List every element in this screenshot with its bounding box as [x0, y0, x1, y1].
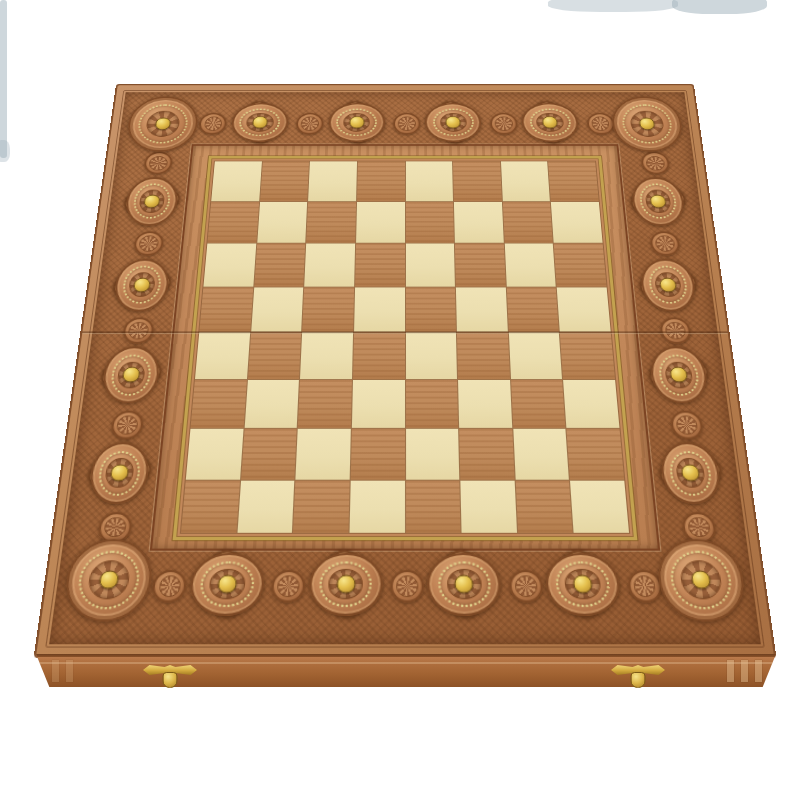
brass-stud	[573, 575, 593, 594]
square-h5[interactable]	[557, 287, 611, 331]
latch-right[interactable]	[611, 663, 665, 689]
carved-rosette	[670, 411, 705, 440]
carved-rosette	[143, 152, 173, 175]
latch-knob	[631, 672, 646, 688]
square-g6[interactable]	[505, 244, 556, 287]
carved-rosette	[199, 113, 228, 135]
square-d4[interactable]	[353, 332, 405, 378]
square-e4[interactable]	[405, 332, 457, 378]
square-a1[interactable]	[181, 480, 240, 533]
square-f3[interactable]	[458, 380, 512, 428]
square-b7[interactable]	[257, 202, 307, 243]
square-c4[interactable]	[300, 332, 353, 378]
square-h2[interactable]	[567, 429, 624, 479]
square-b6[interactable]	[254, 244, 305, 287]
finger-joint	[755, 660, 762, 682]
carved-rosette	[271, 570, 306, 603]
recessed-playing-panel	[150, 144, 661, 550]
page-background: { "game": "chess", "scene_description": …	[0, 0, 800, 800]
square-a2[interactable]	[186, 429, 243, 479]
finger-joint	[52, 660, 59, 682]
square-d3[interactable]	[352, 380, 405, 428]
square-e8[interactable]	[405, 161, 453, 200]
square-b3[interactable]	[244, 380, 299, 428]
square-b2[interactable]	[241, 429, 297, 479]
background-artifact	[0, 0, 7, 158]
square-f4[interactable]	[457, 332, 510, 378]
photo-scene	[0, 0, 800, 800]
border-medallion-right	[630, 177, 687, 225]
border-medallion-left	[87, 442, 152, 504]
border-medallion-top	[521, 103, 580, 142]
square-f7[interactable]	[454, 202, 504, 243]
square-c2[interactable]	[296, 429, 351, 479]
square-a8[interactable]	[211, 161, 261, 200]
carved-rosette	[649, 232, 681, 256]
border-medallion-top	[328, 103, 385, 142]
corner-medallion-top-right	[610, 97, 685, 152]
brass-stud	[455, 575, 474, 594]
border-medallion-bottom	[188, 553, 266, 616]
chess-box-top-face	[33, 84, 776, 658]
corner-medallion-top-left	[125, 97, 200, 152]
background-artifact	[548, 0, 678, 12]
square-h1[interactable]	[570, 480, 629, 533]
square-g8[interactable]	[501, 161, 550, 200]
square-c6[interactable]	[304, 244, 355, 287]
square-d7[interactable]	[356, 202, 405, 243]
border-medallion-bottom	[544, 553, 622, 616]
square-a3[interactable]	[191, 380, 247, 428]
border-medallion-right	[639, 259, 698, 311]
square-g7[interactable]	[503, 202, 553, 243]
square-d5[interactable]	[354, 287, 405, 331]
square-a5[interactable]	[199, 287, 253, 331]
square-b5[interactable]	[251, 287, 304, 331]
background-artifact	[0, 140, 10, 162]
carved-rosette	[393, 113, 420, 135]
brass-stud	[649, 194, 667, 207]
chessboard-grid	[181, 161, 629, 532]
square-a7[interactable]	[207, 202, 258, 243]
border-medallion-left	[123, 177, 180, 225]
brass-stud	[446, 116, 462, 128]
square-d1[interactable]	[349, 480, 404, 533]
square-g4[interactable]	[509, 332, 563, 378]
square-f1[interactable]	[460, 480, 516, 533]
square-f8[interactable]	[453, 161, 502, 200]
square-h4[interactable]	[560, 332, 615, 378]
border-medallion-right	[648, 347, 710, 404]
finger-joint	[727, 660, 734, 682]
border-medallion-left	[112, 259, 171, 311]
carved-rosette	[509, 570, 544, 603]
square-h3[interactable]	[563, 380, 619, 428]
square-b1[interactable]	[237, 480, 294, 533]
square-f2[interactable]	[459, 429, 514, 479]
border-medallion-left	[100, 347, 162, 404]
square-g2[interactable]	[513, 429, 569, 479]
border-medallion-bottom	[308, 553, 383, 616]
brass-stud	[639, 118, 656, 130]
square-d2[interactable]	[351, 429, 405, 479]
square-e1[interactable]	[406, 480, 461, 533]
latch-left[interactable]	[143, 663, 197, 689]
carved-rosette	[133, 232, 165, 256]
square-g3[interactable]	[511, 380, 566, 428]
square-c5[interactable]	[302, 287, 354, 331]
finger-joint	[66, 660, 73, 682]
carved-rosette	[490, 113, 518, 135]
fold-seam	[82, 331, 728, 334]
border-medallion-right	[659, 442, 724, 504]
brass-stud	[542, 116, 558, 128]
square-g5[interactable]	[507, 287, 560, 331]
square-d6[interactable]	[355, 244, 405, 287]
corner-medallion-bottom-left	[61, 539, 155, 621]
square-d8[interactable]	[357, 161, 405, 200]
square-h6[interactable]	[554, 244, 606, 287]
square-f5[interactable]	[456, 287, 508, 331]
square-c3[interactable]	[298, 380, 352, 428]
square-e3[interactable]	[406, 380, 459, 428]
finger-joint	[741, 660, 748, 682]
square-e6[interactable]	[405, 244, 455, 287]
square-h8[interactable]	[548, 161, 598, 200]
square-b8[interactable]	[260, 161, 309, 200]
square-b4[interactable]	[248, 332, 302, 378]
square-e2[interactable]	[406, 429, 460, 479]
border-medallion-bottom	[427, 553, 502, 616]
square-e5[interactable]	[405, 287, 456, 331]
square-h7[interactable]	[551, 202, 602, 243]
square-c1[interactable]	[293, 480, 349, 533]
border-medallion-top	[425, 103, 482, 142]
square-a4[interactable]	[195, 332, 250, 378]
square-f6[interactable]	[455, 244, 506, 287]
carved-rosette	[296, 113, 324, 135]
square-c7[interactable]	[306, 202, 356, 243]
gold-pinstripe-frame	[173, 156, 638, 540]
carved-rosette	[640, 152, 670, 175]
square-a6[interactable]	[203, 244, 255, 287]
corner-medallion-bottom-right	[655, 539, 749, 621]
carved-rosette	[586, 113, 615, 135]
background-artifact	[672, 0, 767, 14]
carved-rosette	[152, 570, 188, 603]
border-medallion-top	[230, 103, 289, 142]
square-e7[interactable]	[405, 202, 454, 243]
square-g1[interactable]	[515, 480, 572, 533]
carved-rosette	[110, 411, 145, 440]
carved-rosette	[390, 570, 424, 603]
square-c8[interactable]	[308, 161, 357, 200]
latch-knob	[163, 672, 178, 688]
